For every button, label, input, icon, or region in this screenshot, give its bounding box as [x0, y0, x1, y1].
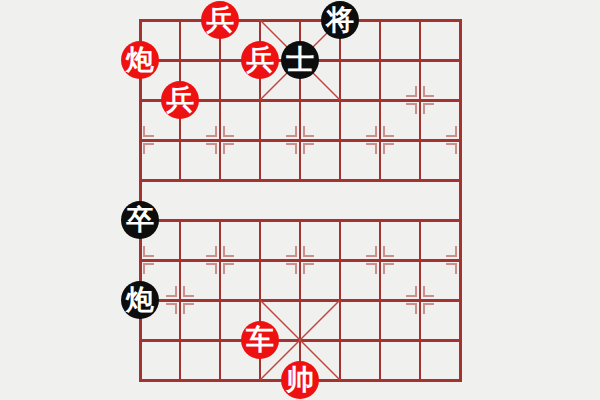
red-soldier-2[interactable]: 兵	[241, 41, 279, 79]
red-general[interactable]: 帅	[281, 361, 319, 399]
xiangqi-board: 兵将炮兵士兵卒炮车帅	[0, 0, 600, 400]
red-cannon[interactable]: 炮	[121, 41, 159, 79]
black-cannon[interactable]: 炮	[121, 281, 159, 319]
red-soldier-1[interactable]: 兵	[201, 1, 239, 39]
red-chariot[interactable]: 车	[241, 321, 279, 359]
pieces-layer: 兵将炮兵士兵卒炮车帅	[120, 0, 480, 400]
black-soldier[interactable]: 卒	[121, 201, 159, 239]
black-general[interactable]: 将	[321, 1, 359, 39]
red-soldier-3[interactable]: 兵	[161, 81, 199, 119]
black-advisor[interactable]: 士	[281, 41, 319, 79]
